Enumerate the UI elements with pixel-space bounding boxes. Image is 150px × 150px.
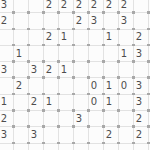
cell-r8c9[interactable]: 2 xyxy=(134,127,149,143)
cell-r7c7[interactable] xyxy=(104,111,119,127)
cell-r4c2[interactable]: 3 xyxy=(29,62,44,78)
cell-r1c4[interactable] xyxy=(59,13,74,29)
clue-digit: 3 xyxy=(76,114,82,124)
cell-r7c3[interactable] xyxy=(44,111,59,127)
cell-r7c5[interactable]: 3 xyxy=(74,111,89,127)
slitherlink-grid: 3222222223321121133321201031210132323322 xyxy=(0,0,149,150)
cell-r5c5[interactable] xyxy=(74,78,89,94)
cell-r1c7[interactable] xyxy=(104,13,119,29)
cell-r6c7[interactable]: 1 xyxy=(104,95,119,111)
cell-r5c6[interactable]: 0 xyxy=(89,78,104,94)
clue-digit: 2 xyxy=(1,114,7,124)
cell-r3c1[interactable]: 1 xyxy=(14,46,29,62)
cell-r1c9[interactable] xyxy=(134,13,149,29)
cell-r0c3[interactable]: 2 xyxy=(44,0,59,13)
cell-r2c0[interactable] xyxy=(0,30,14,46)
clue-digit: 1 xyxy=(106,97,112,107)
cell-r9c5[interactable] xyxy=(74,144,89,150)
clue-digit: 1 xyxy=(1,97,7,107)
clue-digit: 2 xyxy=(136,114,142,124)
clue-digit: 3 xyxy=(31,130,37,140)
cell-r1c5[interactable]: 2 xyxy=(74,13,89,29)
clue-digit: 1 xyxy=(121,49,127,59)
cell-r2c7[interactable]: 1 xyxy=(104,30,119,46)
cell-r8c3[interactable] xyxy=(44,127,59,143)
cell-r6c3[interactable]: 1 xyxy=(44,95,59,111)
cell-r5c8[interactable]: 0 xyxy=(119,78,134,94)
cell-r9c3[interactable] xyxy=(44,144,59,150)
cell-r0c2[interactable] xyxy=(29,0,44,13)
clue-digit: 2 xyxy=(1,16,7,26)
cell-r6c0[interactable]: 1 xyxy=(0,95,14,111)
cell-r4c7[interactable] xyxy=(104,62,119,78)
clue-digit: 2 xyxy=(46,65,52,75)
clue-digit: 3 xyxy=(1,0,7,10)
cell-r8c5[interactable] xyxy=(74,127,89,143)
clue-digit: 3 xyxy=(136,81,142,91)
cell-r7c9[interactable]: 2 xyxy=(134,111,149,127)
cell-r7c6[interactable] xyxy=(89,111,104,127)
cell-r1c0[interactable]: 2 xyxy=(0,13,14,29)
clue-digit: 2 xyxy=(106,0,112,10)
cell-r1c2[interactable] xyxy=(29,13,44,29)
cell-r6c5[interactable] xyxy=(74,95,89,111)
cell-r2c1[interactable] xyxy=(14,30,29,46)
clue-digit: 2 xyxy=(46,0,52,10)
cell-r4c9[interactable] xyxy=(134,62,149,78)
cell-r8c4[interactable] xyxy=(59,127,74,143)
cell-r7c2[interactable] xyxy=(29,111,44,127)
cell-r9c2[interactable] xyxy=(29,144,44,150)
cell-r4c3[interactable]: 2 xyxy=(44,62,59,78)
clue-digit: 2 xyxy=(76,16,82,26)
clue-digit: 3 xyxy=(91,16,97,26)
cell-r1c8[interactable]: 3 xyxy=(119,13,134,29)
cell-r9c8[interactable] xyxy=(119,144,134,150)
clue-digit: 1 xyxy=(16,49,22,59)
cell-r5c0[interactable] xyxy=(0,78,14,94)
cell-r9c0[interactable] xyxy=(0,144,14,150)
cell-r4c6[interactable] xyxy=(89,62,104,78)
cell-r6c9[interactable]: 3 xyxy=(134,95,149,111)
cell-r6c2[interactable]: 2 xyxy=(29,95,44,111)
cell-r9c6[interactable] xyxy=(89,144,104,150)
cell-r5c2[interactable] xyxy=(29,78,44,94)
clue-digit: 3 xyxy=(121,16,127,26)
cell-r8c2[interactable]: 3 xyxy=(29,127,44,143)
clue-digit: 1 xyxy=(46,97,52,107)
cell-r0c8[interactable]: 2 xyxy=(119,0,134,13)
cell-r2c5[interactable] xyxy=(74,30,89,46)
cell-r9c7[interactable] xyxy=(104,144,119,150)
cell-r7c0[interactable]: 2 xyxy=(0,111,14,127)
cell-r2c6[interactable] xyxy=(89,30,104,46)
cell-r2c9[interactable]: 2 xyxy=(134,30,149,46)
cell-r1c6[interactable]: 3 xyxy=(89,13,104,29)
cell-r8c0[interactable]: 3 xyxy=(0,127,14,143)
cell-r5c9[interactable]: 3 xyxy=(134,78,149,94)
clue-digit: 2 xyxy=(121,0,127,10)
clue-digit: 3 xyxy=(1,65,7,75)
cell-r6c1[interactable] xyxy=(14,95,29,111)
cell-r7c1[interactable] xyxy=(14,111,29,127)
cell-r3c9[interactable]: 3 xyxy=(134,46,149,62)
clue-digit: 2 xyxy=(106,130,112,140)
clue-digit: 2 xyxy=(136,32,142,42)
clue-digit: 3 xyxy=(31,65,37,75)
clue-digit: 0 xyxy=(91,81,97,91)
cell-r2c8[interactable] xyxy=(119,30,134,46)
cell-r8c1[interactable] xyxy=(14,127,29,143)
cell-r5c4[interactable] xyxy=(59,78,74,94)
clue-digit: 2 xyxy=(16,81,22,91)
clue-digit: 1 xyxy=(106,81,112,91)
cell-r8c6[interactable] xyxy=(89,127,104,143)
cell-r3c0[interactable] xyxy=(0,46,14,62)
clue-digit: 3 xyxy=(136,49,142,59)
cell-r3c6[interactable] xyxy=(89,46,104,62)
cell-r6c8[interactable] xyxy=(119,95,134,111)
clue-digit: 3 xyxy=(136,97,142,107)
clue-digit: 1 xyxy=(106,32,112,42)
cell-r5c1[interactable]: 2 xyxy=(14,78,29,94)
cell-r4c1[interactable] xyxy=(14,62,29,78)
cell-r3c8[interactable]: 1 xyxy=(119,46,134,62)
cell-r4c8[interactable] xyxy=(119,62,134,78)
cell-r7c4[interactable] xyxy=(59,111,74,127)
clue-digit: 0 xyxy=(91,97,97,107)
cell-r8c7[interactable]: 2 xyxy=(104,127,119,143)
cell-r3c2[interactable] xyxy=(29,46,44,62)
cell-r8c8[interactable] xyxy=(119,127,134,143)
cell-r3c4[interactable] xyxy=(59,46,74,62)
clue-digit: 2 xyxy=(91,0,97,10)
cell-r5c7[interactable]: 1 xyxy=(104,78,119,94)
cell-r0c0[interactable]: 3 xyxy=(0,0,14,13)
clue-digit: 2 xyxy=(31,97,37,107)
cell-r1c3[interactable] xyxy=(44,13,59,29)
puzzle-board: 3222222223321121133321201031210132323322 xyxy=(0,0,150,150)
clue-digit: 1 xyxy=(61,32,67,42)
cell-r0c5[interactable]: 2 xyxy=(74,0,89,13)
cell-r9c4[interactable] xyxy=(59,144,74,150)
clue-digit: 2 xyxy=(76,0,82,10)
cell-r0c6[interactable]: 2 xyxy=(89,0,104,13)
cell-r6c4[interactable] xyxy=(59,95,74,111)
cell-r0c7[interactable]: 2 xyxy=(104,0,119,13)
cell-r6c6[interactable]: 0 xyxy=(89,95,104,111)
cell-r2c3[interactable]: 2 xyxy=(44,30,59,46)
cell-r1c1[interactable] xyxy=(14,13,29,29)
clue-digit: 2 xyxy=(46,32,52,42)
clue-digit: 2 xyxy=(61,0,67,10)
cell-r7c8[interactable] xyxy=(119,111,134,127)
cell-r0c9[interactable] xyxy=(134,0,149,13)
cell-r2c4[interactable]: 1 xyxy=(59,30,74,46)
cell-r9c1[interactable] xyxy=(14,144,29,150)
cell-r4c5[interactable] xyxy=(74,62,89,78)
cell-r3c3[interactable] xyxy=(44,46,59,62)
cell-r4c0[interactable]: 3 xyxy=(0,62,14,78)
clue-digit: 1 xyxy=(61,65,67,75)
clue-digit: 0 xyxy=(121,81,127,91)
cell-r3c7[interactable] xyxy=(104,46,119,62)
cell-r2c2[interactable] xyxy=(29,30,44,46)
cell-r4c4[interactable]: 1 xyxy=(59,62,74,78)
cell-r0c4[interactable]: 2 xyxy=(59,0,74,13)
cell-r0c1[interactable] xyxy=(14,0,29,13)
cell-r5c3[interactable] xyxy=(44,78,59,94)
clue-digit: 3 xyxy=(1,130,7,140)
clue-digit: 2 xyxy=(136,130,142,140)
cell-r3c5[interactable] xyxy=(74,46,89,62)
cell-r9c9[interactable] xyxy=(134,144,149,150)
